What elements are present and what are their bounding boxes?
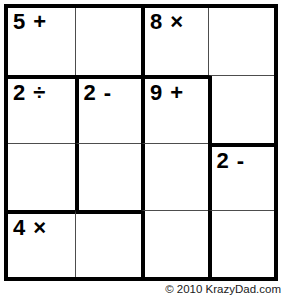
cage-clue: 4 × — [13, 216, 47, 240]
cell-r4c4[interactable] — [208, 210, 275, 277]
cell-r3c3[interactable] — [141, 143, 208, 210]
cage-clue: 5 + — [13, 10, 47, 34]
kenken-board: 5 +8 ×2 ÷2 -9 +2 -4 × — [4, 4, 278, 281]
cell-r4c2[interactable] — [75, 210, 142, 277]
cage-clue: 2 ÷ — [13, 81, 46, 105]
cell-r1c3[interactable]: 8 × — [141, 8, 208, 75]
cell-r1c2[interactable] — [75, 8, 142, 75]
cell-r2c4[interactable] — [208, 75, 275, 142]
cell-r3c1[interactable] — [8, 143, 75, 210]
cell-r4c3[interactable] — [141, 210, 208, 277]
cage-clue: 2 - — [217, 149, 246, 173]
cell-r4c1[interactable]: 4 × — [8, 210, 75, 277]
cage-clue: 2 - — [84, 81, 113, 105]
cell-r2c3[interactable]: 9 + — [141, 75, 208, 142]
copyright-text: © 2010 KrazyDad.com — [165, 283, 281, 295]
cell-r2c1[interactable]: 2 ÷ — [8, 75, 75, 142]
cell-r3c4[interactable]: 2 - — [208, 143, 275, 210]
cage-clue: 8 × — [150, 10, 184, 34]
kenken-page: 5 +8 ×2 ÷2 -9 +2 -4 × © 2010 KrazyDad.co… — [0, 0, 284, 299]
cell-r3c2[interactable] — [75, 143, 142, 210]
cell-r1c1[interactable]: 5 + — [8, 8, 75, 75]
cage-clue: 9 + — [150, 81, 184, 105]
cell-r2c2[interactable]: 2 - — [75, 75, 142, 142]
cell-r1c4[interactable] — [208, 8, 275, 75]
